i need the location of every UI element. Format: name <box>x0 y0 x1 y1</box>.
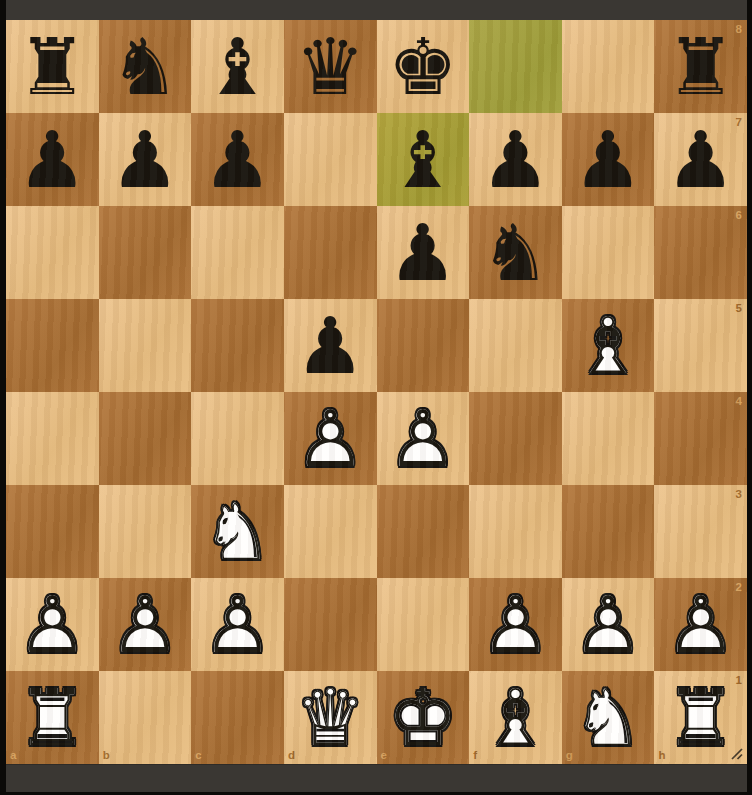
black-bishop-glyph: ♝ <box>377 113 470 206</box>
piece-white-pawn[interactable]: ♟♙ <box>562 578 655 671</box>
white-rook-outline: ♖ <box>6 671 99 764</box>
square-h3[interactable]: 3 <box>654 485 747 578</box>
square-d5[interactable]: ♟ <box>284 299 377 392</box>
square-a7[interactable]: ♟ <box>6 113 99 206</box>
square-b1[interactable]: b <box>99 671 192 764</box>
board-frame-top <box>6 0 747 21</box>
square-g1[interactable]: g♞♘ <box>562 671 655 764</box>
black-rook-glyph: ♜ <box>654 20 747 113</box>
square-d2[interactable] <box>284 578 377 671</box>
piece-black-rook[interactable]: ♜ <box>6 20 99 113</box>
white-pawn-outline: ♙ <box>469 578 562 671</box>
square-d7[interactable] <box>284 113 377 206</box>
square-f4[interactable] <box>469 392 562 485</box>
black-rook-glyph: ♜ <box>6 20 99 113</box>
square-a4[interactable] <box>6 392 99 485</box>
square-h2[interactable]: 2♟♙ <box>654 578 747 671</box>
square-a1[interactable]: a♜♖ <box>6 671 99 764</box>
piece-black-king[interactable]: ♚ <box>377 20 470 113</box>
square-a8[interactable]: ♜ <box>6 20 99 113</box>
white-pawn-outline: ♙ <box>6 578 99 671</box>
piece-black-pawn[interactable]: ♟ <box>6 113 99 206</box>
piece-white-pawn[interactable]: ♟♙ <box>284 392 377 485</box>
black-pawn-glyph: ♟ <box>562 113 655 206</box>
black-queen-glyph: ♛ <box>284 20 377 113</box>
square-g5[interactable]: ♝♗ <box>562 299 655 392</box>
white-queen-outline: ♕ <box>284 671 377 764</box>
square-g6[interactable] <box>562 206 655 299</box>
white-bishop-outline: ♗ <box>562 299 655 392</box>
square-h7[interactable]: 7♟ <box>654 113 747 206</box>
white-pawn-outline: ♙ <box>654 578 747 671</box>
square-c5[interactable] <box>191 299 284 392</box>
coord-rank-4: 4 <box>736 396 742 408</box>
piece-white-knight[interactable]: ♞♘ <box>562 671 655 764</box>
square-a6[interactable] <box>6 206 99 299</box>
piece-black-pawn[interactable]: ♟ <box>284 299 377 392</box>
piece-black-pawn[interactable]: ♟ <box>377 206 470 299</box>
piece-white-pawn[interactable]: ♟♙ <box>654 578 747 671</box>
square-c4[interactable] <box>191 392 284 485</box>
square-c2[interactable]: ♟♙ <box>191 578 284 671</box>
coord-rank-3: 3 <box>736 489 742 501</box>
piece-white-pawn[interactable]: ♟♙ <box>6 578 99 671</box>
square-b2[interactable]: ♟♙ <box>99 578 192 671</box>
piece-black-rook[interactable]: ♜ <box>654 20 747 113</box>
piece-black-pawn[interactable]: ♟ <box>99 113 192 206</box>
piece-black-knight[interactable]: ♞ <box>99 20 192 113</box>
piece-white-queen[interactable]: ♛♕ <box>284 671 377 764</box>
square-a3[interactable] <box>6 485 99 578</box>
square-e1[interactable]: e♚♔ <box>377 671 470 764</box>
black-knight-glyph: ♞ <box>469 206 562 299</box>
square-d3[interactable] <box>284 485 377 578</box>
white-pawn-outline: ♙ <box>284 392 377 485</box>
piece-white-pawn[interactable]: ♟♙ <box>469 578 562 671</box>
white-knight-outline: ♘ <box>562 671 655 764</box>
piece-black-pawn[interactable]: ♟ <box>654 113 747 206</box>
square-g2[interactable]: ♟♙ <box>562 578 655 671</box>
board-frame-bottom <box>6 764 747 792</box>
piece-white-rook[interactable]: ♜♖ <box>6 671 99 764</box>
piece-black-queen[interactable]: ♛ <box>284 20 377 113</box>
white-pawn-outline: ♙ <box>377 392 470 485</box>
piece-black-pawn[interactable]: ♟ <box>562 113 655 206</box>
square-c3[interactable]: ♞♘ <box>191 485 284 578</box>
square-e3[interactable] <box>377 485 470 578</box>
square-f5[interactable] <box>469 299 562 392</box>
square-e5[interactable] <box>377 299 470 392</box>
white-knight-outline: ♘ <box>191 485 284 578</box>
square-d6[interactable] <box>284 206 377 299</box>
black-knight-glyph: ♞ <box>99 20 192 113</box>
square-f1[interactable]: f♝♗ <box>469 671 562 764</box>
square-g7[interactable]: ♟ <box>562 113 655 206</box>
piece-white-pawn[interactable]: ♟♙ <box>99 578 192 671</box>
piece-white-knight[interactable]: ♞♘ <box>191 485 284 578</box>
square-e6[interactable]: ♟ <box>377 206 470 299</box>
square-f2[interactable]: ♟♙ <box>469 578 562 671</box>
square-a5[interactable] <box>6 299 99 392</box>
square-c8[interactable]: ♝ <box>191 20 284 113</box>
square-e8[interactable]: ♚ <box>377 20 470 113</box>
black-pawn-glyph: ♟ <box>654 113 747 206</box>
square-f8[interactable] <box>469 20 562 113</box>
square-g3[interactable] <box>562 485 655 578</box>
coord-file-c: c <box>195 750 201 762</box>
square-h4[interactable]: 4 <box>654 392 747 485</box>
square-h5[interactable]: 5 <box>654 299 747 392</box>
coord-file-b: b <box>103 750 110 762</box>
piece-black-pawn[interactable]: ♟ <box>469 113 562 206</box>
black-pawn-glyph: ♟ <box>6 113 99 206</box>
black-pawn-glyph: ♟ <box>284 299 377 392</box>
square-e7[interactable]: ♝ <box>377 113 470 206</box>
piece-white-pawn[interactable]: ♟♙ <box>377 392 470 485</box>
square-b8[interactable]: ♞ <box>99 20 192 113</box>
board-resize-handle-icon[interactable] <box>729 746 744 761</box>
square-b6[interactable] <box>99 206 192 299</box>
white-pawn-outline: ♙ <box>191 578 284 671</box>
black-bishop-glyph: ♝ <box>191 20 284 113</box>
white-pawn-outline: ♙ <box>562 578 655 671</box>
square-b3[interactable] <box>99 485 192 578</box>
piece-white-bishop[interactable]: ♝♗ <box>469 671 562 764</box>
white-king-outline: ♔ <box>377 671 470 764</box>
piece-black-bishop[interactable]: ♝ <box>377 113 470 206</box>
white-bishop-outline: ♗ <box>469 671 562 764</box>
piece-black-pawn[interactable]: ♟ <box>191 113 284 206</box>
coord-rank-5: 5 <box>736 303 742 315</box>
black-pawn-glyph: ♟ <box>99 113 192 206</box>
chess-board[interactable]: ♜♞♝♛♚8♜♟♟♟♝♟♟7♟♟♞6♟♝♗5♟♙♟♙4♞♘3♟♙♟♙♟♙♟♙♟♙… <box>6 20 747 764</box>
piece-black-bishop[interactable]: ♝ <box>191 20 284 113</box>
white-pawn-outline: ♙ <box>99 578 192 671</box>
square-b5[interactable] <box>99 299 192 392</box>
square-c1[interactable]: c <box>191 671 284 764</box>
square-b7[interactable]: ♟ <box>99 113 192 206</box>
piece-white-pawn[interactable]: ♟♙ <box>191 578 284 671</box>
black-king-glyph: ♚ <box>377 20 470 113</box>
square-f7[interactable]: ♟ <box>469 113 562 206</box>
black-pawn-glyph: ♟ <box>469 113 562 206</box>
square-h6[interactable]: 6 <box>654 206 747 299</box>
black-pawn-glyph: ♟ <box>377 206 470 299</box>
square-a2[interactable]: ♟♙ <box>6 578 99 671</box>
black-pawn-glyph: ♟ <box>191 113 284 206</box>
square-g8[interactable] <box>562 20 655 113</box>
square-e2[interactable] <box>377 578 470 671</box>
piece-black-knight[interactable]: ♞ <box>469 206 562 299</box>
square-d1[interactable]: d♛♕ <box>284 671 377 764</box>
square-f3[interactable] <box>469 485 562 578</box>
square-c7[interactable]: ♟ <box>191 113 284 206</box>
piece-white-bishop[interactable]: ♝♗ <box>562 299 655 392</box>
square-h8[interactable]: 8♜ <box>654 20 747 113</box>
square-g4[interactable] <box>562 392 655 485</box>
square-d8[interactable]: ♛ <box>284 20 377 113</box>
coord-rank-6: 6 <box>736 210 742 222</box>
square-f6[interactable]: ♞ <box>469 206 562 299</box>
square-c6[interactable] <box>191 206 284 299</box>
piece-white-king[interactable]: ♚♔ <box>377 671 470 764</box>
square-b4[interactable] <box>99 392 192 485</box>
square-e4[interactable]: ♟♙ <box>377 392 470 485</box>
square-d4[interactable]: ♟♙ <box>284 392 377 485</box>
